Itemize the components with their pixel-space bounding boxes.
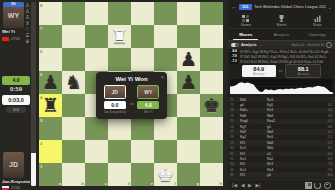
square-h5[interactable]: [200, 71, 223, 94]
top-player-name: Wei Yi: [2, 29, 30, 34]
game-button[interactable]: Game: [228, 13, 264, 28]
move-number: 27: [230, 130, 240, 134]
square-b7[interactable]: [62, 25, 85, 48]
top-player-score-badge: 4.0: [2, 76, 30, 85]
line-moves: 37.Ke1 Nc3 38.Rd4+ Rxd4 39.Kf2 g4 40.Ke3…: [240, 60, 329, 64]
square-f2[interactable]: [154, 140, 177, 163]
move-eval: -3.4: [294, 108, 333, 112]
move-number: 21: [230, 98, 240, 102]
square-g2[interactable]: [177, 140, 200, 163]
black-move[interactable]: Kh4: [267, 108, 294, 112]
rank-label-7: 7: [40, 26, 42, 31]
white-move[interactable]: Rd7: [240, 130, 267, 134]
event-logo: GCL: [239, 4, 252, 10]
move-number: 33: [230, 162, 240, 166]
square-c1[interactable]: c: [85, 163, 108, 186]
rank-label-5: 5: [40, 72, 42, 77]
square-h1[interactable]: h: [200, 163, 223, 186]
accuracy-vs-label: vs: [279, 69, 283, 73]
black-move[interactable]: Kh3: [267, 162, 294, 166]
step-forward-icon[interactable]: ▶: [248, 180, 252, 190]
eval-badge: -8.4: [230, 49, 238, 53]
move-row: 24Rd6Nb4-3.8: [228, 113, 335, 118]
black-move[interactable]: Nb4: [267, 130, 294, 134]
move-eval: -8.0: [294, 173, 333, 177]
square-d6[interactable]: [108, 48, 131, 71]
white-move[interactable]: Rd6: [240, 114, 267, 118]
black-accuracy-box: 88.1 Accuracy: [285, 64, 321, 78]
square-h2[interactable]: [200, 140, 223, 163]
white-move[interactable]: Rd5+: [240, 108, 267, 112]
black-move[interactable]: Nc6: [267, 98, 294, 102]
playback-controls: |◀◀▶▶|: [228, 179, 335, 190]
white-move[interactable]: Kf1: [240, 162, 267, 166]
loser-score: 0.0: [104, 101, 126, 109]
event-button[interactable]: Event: [264, 13, 300, 28]
move-row: 35Kf1g6-8.0: [228, 172, 335, 177]
bottom-player-score-badge: 0.0: [6, 107, 26, 113]
square-a2[interactable]: 2: [39, 140, 62, 163]
move-row: 25Rxg6Nxa2-4.2: [228, 119, 335, 124]
black-pawn-g6: ♟: [180, 48, 197, 71]
move-number: 25: [230, 119, 240, 123]
square-e7[interactable]: [131, 25, 154, 48]
board-icon[interactable]: [306, 183, 311, 188]
white-move[interactable]: Kg2: [240, 135, 267, 139]
black-move[interactable]: Kh4: [267, 168, 294, 172]
square-a8[interactable]: 8: [39, 2, 62, 25]
game-result-popup: × Wei Yi Won JD 0.0 Jan-Krzysztof Duda v…: [96, 72, 167, 119]
event-title: Tech Mahindra Global Chess League 2024: [254, 4, 326, 9]
square-a7[interactable]: 7: [39, 25, 62, 48]
square-g1[interactable]: g: [177, 163, 200, 186]
white-move[interactable]: g4: [240, 103, 267, 107]
stats-icon: [314, 15, 321, 22]
move-eval: -7.6: [294, 168, 333, 172]
step-back-icon[interactable]: ◀: [241, 180, 245, 190]
black-pawn-g5: ♟: [180, 71, 197, 94]
black-king-h4: ♚: [203, 94, 220, 117]
bottom-player-avatar[interactable]: JD: [3, 152, 24, 178]
black-move[interactable]: g5: [267, 125, 294, 129]
move-row: 22g4Kg5-3.1: [228, 102, 335, 107]
china-flag-icon: [2, 37, 9, 41]
rank-label-2: 2: [40, 141, 42, 146]
popup-title: Wei Yi Won: [96, 76, 167, 82]
winner-score: 4.0: [137, 101, 159, 109]
move-number: 30: [230, 146, 240, 150]
move-number: 28: [230, 135, 240, 139]
move-row: 30Ke1Nb5-6.1: [228, 146, 335, 151]
rank-label-1: 1: [40, 164, 42, 169]
black-move[interactable]: Nb4: [267, 114, 294, 118]
square-f8[interactable]: [154, 2, 177, 25]
left-sidebar: SG WY ♙♙♙♗♘♖♕ Wei Yi 2762 4.0 0:59 0:03.…: [0, 0, 31, 190]
white-accuracy-box: 84.9 Accuracy: [242, 65, 276, 77]
file-label-c: c: [105, 181, 107, 186]
square-c2[interactable]: [85, 140, 108, 163]
white-move[interactable]: Rxg6: [240, 119, 267, 123]
move-row: 31Kf1a5-6.5: [228, 151, 335, 156]
move-row: 26Rg7g5-4.6: [228, 124, 335, 129]
back-icon[interactable]: ←: [231, 4, 237, 10]
square-b3[interactable]: [62, 117, 85, 140]
square-d7[interactable]: ♜: [108, 25, 131, 48]
square-h3[interactable]: [200, 117, 223, 140]
move-row: 27Rd7Nb4-5.0: [228, 129, 335, 134]
square-a1[interactable]: 1a: [39, 163, 62, 186]
black-move[interactable]: Nxa2: [267, 119, 294, 123]
file-label-f: f: [175, 181, 176, 186]
analysis-bar: Analysis ⋯ depth=20 · Stockfish 16: [228, 41, 335, 49]
captured-piece-icon: ♕: [25, 38, 30, 44]
black-move[interactable]: g6: [267, 173, 294, 177]
panel-tabs: MovesAnalysisOpenings: [228, 29, 335, 41]
gear-icon[interactable]: [324, 182, 331, 189]
white-move[interactable]: Ke1: [240, 157, 267, 161]
white-move[interactable]: Rg7: [240, 125, 267, 129]
white-king-f1: ♚: [157, 163, 174, 186]
square-f6[interactable]: [154, 48, 177, 71]
square-c8[interactable]: [85, 2, 108, 25]
engine-lines: -8.437.Rh7+ Kg4 38.Rg7 Ra1+ 39.Ke2 Ra2+ …: [228, 49, 335, 64]
move-eval: -6.9: [294, 157, 333, 161]
action-label: Stats: [313, 23, 322, 27]
poland-flag-icon: [2, 186, 9, 190]
loser-name: Jan-Krzysztof Duda: [104, 110, 126, 114]
winner-name: Wei Yi: [137, 110, 159, 114]
action-label: Game: [241, 23, 251, 27]
square-f1[interactable]: f♚: [154, 163, 177, 186]
more-dots-icon[interactable]: ⋯: [259, 43, 263, 48]
move-number: 26: [230, 125, 240, 129]
chevron-down-icon[interactable]: ⌄: [328, 4, 332, 10]
winner-avatar: WY: [137, 85, 159, 99]
move-number: 24: [230, 114, 240, 118]
square-c3[interactable]: [85, 117, 108, 140]
move-eval: -4.6: [294, 125, 333, 129]
file-label-d: d: [127, 181, 130, 186]
white-move[interactable]: Ke1: [240, 146, 267, 150]
captured-pieces-strip: ♙♙♙♗♘♖♕: [24, 2, 31, 44]
move-eval: -6.5: [294, 152, 333, 156]
file-label-g: g: [196, 181, 199, 186]
right-panel: ← GCL Tech Mahindra Global Chess League …: [228, 0, 335, 190]
square-a5[interactable]: 5♟: [39, 71, 62, 94]
move-row: 23Rd5+Kh4-3.4: [228, 108, 335, 113]
square-f7[interactable]: [154, 25, 177, 48]
square-a6[interactable]: 6: [39, 48, 62, 71]
black-move[interactable]: Nb5: [267, 146, 294, 150]
square-g6[interactable]: ♟: [177, 48, 200, 71]
chevron-down-icon[interactable]: ⌄: [330, 55, 333, 59]
top-player-clock: 0:59: [2, 86, 30, 92]
line-moves: 37.Rd1 Ra2 38.Rh1+ Kg4 39.Rg1+ Kf4 40.Rf…: [240, 55, 329, 59]
square-b8[interactable]: [62, 2, 85, 25]
skip-end-icon[interactable]: ▶|: [255, 180, 260, 190]
move-eval: -5.7: [294, 141, 333, 145]
evaluation-bar: [31, 2, 36, 186]
black-knight-b5: ♞: [65, 71, 82, 94]
square-g7[interactable]: [177, 25, 200, 48]
tab-moves[interactable]: Moves: [228, 29, 264, 40]
app-window: SG WY ♙♙♙♗♘♖♕ Wei Yi 2762 4.0 0:59 0:03.…: [0, 0, 335, 190]
engine-line-1[interactable]: -8.437.Rh7+ Kg4 38.Rg7 Ra1+ 39.Ke2 Ra2+ …: [230, 49, 333, 54]
move-eval: -6.1: [294, 146, 333, 150]
square-d8[interactable]: [108, 2, 131, 25]
white-move[interactable]: Kf1: [240, 141, 267, 145]
square-e2[interactable]: [131, 140, 154, 163]
chevron-down-icon[interactable]: ⌄: [330, 60, 333, 64]
bottom-player-rating-row: 2744: [2, 185, 20, 190]
square-h6[interactable]: [200, 48, 223, 71]
square-d3[interactable]: [108, 117, 131, 140]
move-row: 33Kf1Kh3-7.3: [228, 162, 335, 167]
vs-label: vs: [130, 102, 134, 106]
bottom-player-rating: 2744: [11, 185, 20, 190]
white-move[interactable]: Rd1: [240, 98, 267, 102]
square-h4[interactable]: ♚: [200, 94, 223, 117]
accuracy-row: 84.9 Accuracy vs 88.1 Accuracy: [228, 64, 335, 78]
square-g3[interactable]: [177, 117, 200, 140]
tab-analysis[interactable]: Analysis: [264, 29, 300, 40]
rank-label-4: 4: [40, 95, 42, 100]
engine-line-2[interactable]: -7.837.Rd1 Ra2 38.Rh1+ Kg4 39.Rg1+ Kf4 4…: [230, 54, 333, 59]
chevron-down-icon[interactable]: ⌄: [330, 50, 333, 54]
move-eval: -5.0: [294, 130, 333, 134]
evaluation-graph[interactable]: [228, 78, 335, 97]
bottom-player-name: Jan-Krzysztof D...: [2, 179, 30, 184]
skip-start-icon[interactable]: |◀: [232, 180, 237, 190]
square-h8[interactable]: [200, 2, 223, 25]
loser-avatar: JD: [104, 85, 126, 99]
square-e1[interactable]: e: [131, 163, 154, 186]
black-move[interactable]: Ra2: [267, 157, 294, 161]
line-moves: 37.Rh7+ Kg4 38.Rg7 Ra1+ 39.Ke2 Ra2+ 40.K…: [240, 50, 329, 54]
black-move[interactable]: Nc6: [267, 135, 294, 139]
winner-card: WY 4.0 Wei Yi: [137, 85, 159, 114]
white-move[interactable]: Kf1: [240, 173, 267, 177]
move-row: 34Ke1Kh4-7.6: [228, 167, 335, 172]
move-row: 28Kg2Nc6-5.3: [228, 135, 335, 140]
action-label: Event: [277, 23, 287, 27]
top-player-rating-row: 2762: [2, 36, 20, 41]
square-c7[interactable]: [85, 25, 108, 48]
evaluation-bar-white-portion: [31, 153, 36, 186]
rank-label-3: 3: [40, 118, 42, 123]
file-label-h: h: [219, 181, 222, 186]
white-move[interactable]: Ke1: [240, 168, 267, 172]
square-e6[interactable]: [131, 48, 154, 71]
gear-icon[interactable]: [326, 42, 332, 48]
tab-openings[interactable]: Openings: [299, 29, 335, 40]
square-b2[interactable]: [62, 140, 85, 163]
file-label-b: b: [81, 181, 84, 186]
square-a4[interactable]: 4♜: [39, 94, 62, 117]
action-buttons: GameEventStats: [228, 13, 335, 29]
trophy-icon: [278, 15, 285, 22]
move-number: 22: [230, 103, 240, 107]
square-g5[interactable]: ♟: [177, 71, 200, 94]
move-eval: -4.2: [294, 119, 333, 123]
black-rook-a4: ♜: [42, 94, 59, 117]
file-label-a: a: [59, 181, 61, 186]
square-f3[interactable]: [154, 117, 177, 140]
move-number: 34: [230, 168, 240, 172]
square-d1[interactable]: d: [108, 163, 131, 186]
top-player-rating: 2762: [11, 36, 20, 41]
event-header: ← GCL Tech Mahindra Global Chess League …: [228, 0, 335, 13]
move-row: 32Ke1Ra2-6.9: [228, 156, 335, 161]
file-label-e: e: [151, 181, 153, 186]
black-move[interactable]: a5: [267, 152, 294, 156]
close-icon[interactable]: ×: [161, 74, 164, 80]
rank-label-6: 6: [40, 49, 42, 54]
move-number: 31: [230, 152, 240, 156]
move-number: 29: [230, 141, 240, 145]
black-pawn-a5: ♟: [42, 71, 59, 94]
white-rook-d7: ♜: [111, 25, 128, 48]
control-right-icons: [306, 182, 331, 189]
square-h7[interactable]: [200, 25, 223, 48]
top-player-avatar[interactable]: SG WY: [3, 2, 24, 28]
move-number: 23: [230, 108, 240, 112]
square-b6[interactable]: [62, 48, 85, 71]
move-number: 32: [230, 157, 240, 161]
move-eval: -3.1: [294, 103, 333, 107]
game-board-icon: [242, 15, 249, 22]
rotate-icon[interactable]: [314, 182, 321, 189]
square-a3[interactable]: 3: [39, 117, 62, 140]
white-move[interactable]: Kf1: [240, 152, 267, 156]
eval-badge: -7.2: [230, 59, 238, 63]
engine-info: depth=20 · Stockfish 16: [291, 43, 324, 47]
move-list: 21Rd1Nc622g4Kg5-3.123Rd5+Kh4-3.424Rd6Nb4…: [228, 97, 335, 179]
rank-label-8: 8: [40, 3, 42, 8]
square-e3[interactable]: [131, 117, 154, 140]
eval-badge: -7.8: [230, 54, 238, 58]
square-g4[interactable]: [177, 94, 200, 117]
bottom-player-clock: 0:03.0: [2, 95, 30, 105]
move-eval: -7.3: [294, 162, 333, 166]
loser-card: JD 0.0 Jan-Krzysztof Duda: [104, 85, 126, 114]
black-move[interactable]: Kg5: [267, 103, 294, 107]
move-row: 29Kf1Nd4-5.7: [228, 140, 335, 145]
square-d2[interactable]: [108, 140, 131, 163]
stats-button[interactable]: Stats: [299, 13, 335, 28]
move-eval: -3.8: [294, 114, 333, 118]
move-eval: -5.3: [294, 135, 333, 139]
move-number: 35: [230, 173, 240, 177]
square-e8[interactable]: [131, 2, 154, 25]
black-move[interactable]: Nd4: [267, 141, 294, 145]
square-c6[interactable]: [85, 48, 108, 71]
square-g8[interactable]: [177, 2, 200, 25]
square-b4[interactable]: [62, 94, 85, 117]
team-band: SG: [3, 2, 24, 7]
analysis-label: Analysis: [241, 43, 257, 47]
square-b1[interactable]: b: [62, 163, 85, 186]
square-b5[interactable]: ♞: [62, 71, 85, 94]
analysis-toggle[interactable]: [231, 43, 239, 48]
